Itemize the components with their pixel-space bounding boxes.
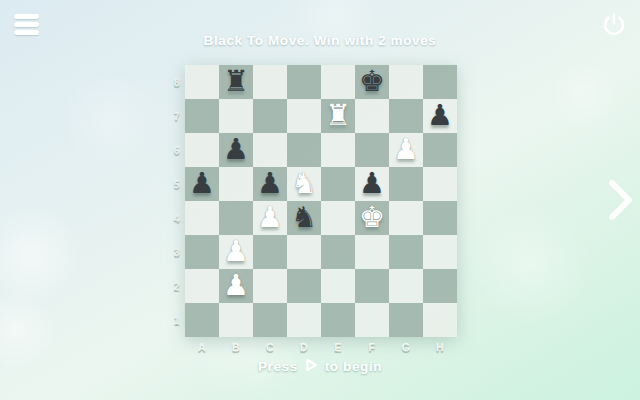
- square-f7[interactable]: [355, 99, 389, 133]
- square-d2[interactable]: [287, 269, 321, 303]
- file-label-d: D: [287, 339, 321, 355]
- press-label: Press: [258, 359, 298, 374]
- file-label-g: G: [389, 339, 423, 355]
- white-pawn-g6[interactable]: ♟: [389, 133, 423, 166]
- square-b3[interactable]: ♟: [219, 235, 253, 269]
- black-pawn-b6[interactable]: ♟: [219, 133, 253, 166]
- square-c2[interactable]: [253, 269, 287, 303]
- black-pawn-f5[interactable]: ♟: [355, 167, 389, 200]
- square-b5[interactable]: [219, 167, 253, 201]
- square-e4[interactable]: [321, 201, 355, 235]
- menu-bar: [14, 30, 39, 35]
- rank-label-1: 1: [162, 303, 180, 337]
- black-pawn-h7[interactable]: ♟: [423, 99, 457, 132]
- page-title: Black To Move. Win with 2 moves: [0, 33, 640, 48]
- square-a6[interactable]: [185, 133, 219, 167]
- square-e6[interactable]: [321, 133, 355, 167]
- square-f3[interactable]: [355, 235, 389, 269]
- square-g8[interactable]: [389, 65, 423, 99]
- file-label-h: H: [423, 339, 457, 355]
- rank-label-3: 3: [162, 235, 180, 269]
- square-a3[interactable]: [185, 235, 219, 269]
- square-e3[interactable]: [321, 235, 355, 269]
- square-c4[interactable]: ♟: [253, 201, 287, 235]
- file-labels: ABCDEFGH: [185, 339, 457, 355]
- black-pawn-c5[interactable]: ♟: [253, 167, 287, 200]
- white-pawn-c4[interactable]: ♟: [253, 201, 287, 234]
- square-c5[interactable]: ♟: [253, 167, 287, 201]
- file-label-c: C: [253, 339, 287, 355]
- file-label-a: A: [185, 339, 219, 355]
- square-g6[interactable]: ♟: [389, 133, 423, 167]
- square-f1[interactable]: [355, 303, 389, 337]
- file-label-b: B: [219, 339, 253, 355]
- square-c6[interactable]: [253, 133, 287, 167]
- menu-bar: [14, 14, 39, 19]
- square-h5[interactable]: [423, 167, 457, 201]
- square-b2[interactable]: ♟: [219, 269, 253, 303]
- square-g2[interactable]: [389, 269, 423, 303]
- rank-label-2: 2: [162, 269, 180, 303]
- square-g4[interactable]: [389, 201, 423, 235]
- white-knight-d5[interactable]: ♞: [287, 167, 321, 200]
- rank-label-5: 5: [162, 167, 180, 201]
- menu-icon[interactable]: [14, 14, 39, 35]
- square-g3[interactable]: [389, 235, 423, 269]
- rank-label-7: 7: [162, 99, 180, 133]
- square-e7[interactable]: ♜: [321, 99, 355, 133]
- square-e2[interactable]: [321, 269, 355, 303]
- square-f2[interactable]: [355, 269, 389, 303]
- rank-label-4: 4: [162, 201, 180, 235]
- white-king-f4[interactable]: ♚: [355, 201, 389, 234]
- square-h3[interactable]: [423, 235, 457, 269]
- status-hint: Press to begin: [0, 357, 640, 375]
- square-e5[interactable]: [321, 167, 355, 201]
- square-d6[interactable]: [287, 133, 321, 167]
- board-squares: ♜♚♜♟♟♟♟♟♞♟♟♞♚♟♟: [185, 65, 457, 337]
- white-pawn-b3[interactable]: ♟: [219, 235, 253, 268]
- square-d8[interactable]: [287, 65, 321, 99]
- square-a5[interactable]: ♟: [185, 167, 219, 201]
- square-g5[interactable]: [389, 167, 423, 201]
- square-d1[interactable]: [287, 303, 321, 337]
- square-b7[interactable]: [219, 99, 253, 133]
- begin-label: to begin: [325, 359, 382, 374]
- square-g7[interactable]: [389, 99, 423, 133]
- white-rook-e7[interactable]: ♜: [321, 99, 355, 132]
- square-b8[interactable]: ♜: [219, 65, 253, 99]
- square-f4[interactable]: ♚: [355, 201, 389, 235]
- square-a8[interactable]: [185, 65, 219, 99]
- menu-bar: [14, 22, 39, 27]
- square-h4[interactable]: [423, 201, 457, 235]
- square-d3[interactable]: [287, 235, 321, 269]
- square-a1[interactable]: [185, 303, 219, 337]
- black-rook-b8[interactable]: ♜: [219, 65, 253, 98]
- square-h7[interactable]: ♟: [423, 99, 457, 133]
- square-h8[interactable]: [423, 65, 457, 99]
- white-pawn-b2[interactable]: ♟: [219, 269, 253, 302]
- square-g1[interactable]: [389, 303, 423, 337]
- square-a2[interactable]: [185, 269, 219, 303]
- square-d7[interactable]: [287, 99, 321, 133]
- square-c3[interactable]: [253, 235, 287, 269]
- chevron-right-icon[interactable]: [606, 178, 636, 222]
- file-label-f: F: [355, 339, 389, 355]
- square-e1[interactable]: [321, 303, 355, 337]
- square-b6[interactable]: ♟: [219, 133, 253, 167]
- play-icon: [305, 358, 318, 375]
- black-knight-d4[interactable]: ♞: [287, 201, 321, 234]
- square-h2[interactable]: [423, 269, 457, 303]
- square-h1[interactable]: [423, 303, 457, 337]
- square-e8[interactable]: [321, 65, 355, 99]
- square-f6[interactable]: [355, 133, 389, 167]
- square-h6[interactable]: [423, 133, 457, 167]
- square-c8[interactable]: [253, 65, 287, 99]
- rank-label-8: 8: [162, 65, 180, 99]
- square-c1[interactable]: [253, 303, 287, 337]
- square-c7[interactable]: [253, 99, 287, 133]
- square-a4[interactable]: [185, 201, 219, 235]
- square-a7[interactable]: [185, 99, 219, 133]
- file-label-e: E: [321, 339, 355, 355]
- square-f8[interactable]: ♚: [355, 65, 389, 99]
- square-d5[interactable]: ♞: [287, 167, 321, 201]
- rank-label-6: 6: [162, 133, 180, 167]
- square-f5[interactable]: ♟: [355, 167, 389, 201]
- rank-labels: 87654321: [162, 65, 180, 337]
- power-icon[interactable]: [600, 11, 628, 39]
- square-d4[interactable]: ♞: [287, 201, 321, 235]
- square-b1[interactable]: [219, 303, 253, 337]
- black-king-f8[interactable]: ♚: [355, 65, 389, 98]
- square-b4[interactable]: [219, 201, 253, 235]
- black-pawn-a5[interactable]: ♟: [185, 167, 219, 200]
